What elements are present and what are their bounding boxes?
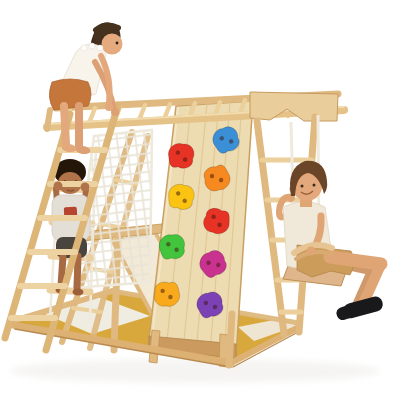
climbing-gym-scene bbox=[0, 0, 400, 400]
floor-shadow bbox=[10, 359, 380, 383]
boy-right-hand bbox=[307, 247, 316, 256]
girl-face bbox=[102, 34, 123, 55]
girl-leg-near bbox=[64, 106, 66, 144]
base-post bbox=[229, 314, 232, 365]
boy-near-thigh bbox=[330, 257, 381, 264]
climbing-hold-green bbox=[159, 234, 184, 259]
product-photo bbox=[0, 0, 400, 400]
girl-shorts bbox=[49, 79, 91, 110]
